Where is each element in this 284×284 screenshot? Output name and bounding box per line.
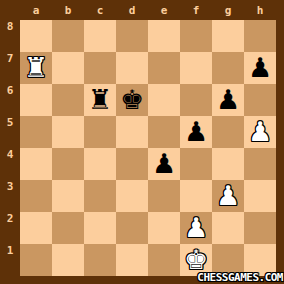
square-e5 — [148, 116, 180, 148]
square-a3 — [20, 180, 52, 212]
black-pawn-f5: ♟ — [180, 116, 212, 148]
square-d6: ♚ — [116, 84, 148, 116]
square-b6 — [52, 84, 84, 116]
black-pawn-e4: ♟ — [148, 148, 180, 180]
white-pawn-g3: ♟ — [212, 180, 244, 212]
file-label-b: b — [52, 4, 84, 18]
square-a1 — [20, 244, 52, 276]
square-h3 — [244, 180, 276, 212]
square-c2 — [84, 212, 116, 244]
square-b5 — [52, 116, 84, 148]
black-pawn-g6: ♟ — [212, 84, 244, 116]
square-e1 — [148, 244, 180, 276]
square-g5 — [212, 116, 244, 148]
square-d2 — [116, 212, 148, 244]
rank-label-2: 2 — [0, 212, 20, 244]
square-d7 — [116, 52, 148, 84]
square-f5: ♟ — [180, 116, 212, 148]
square-d5 — [116, 116, 148, 148]
square-f4 — [180, 148, 212, 180]
square-g6: ♟ — [212, 84, 244, 116]
file-label-f: f — [180, 4, 212, 18]
chess-board: ♜♟♜♚♟♟♟♟♟♟♚ — [20, 20, 276, 276]
square-g7 — [212, 52, 244, 84]
square-e7 — [148, 52, 180, 84]
square-f2: ♟ — [180, 212, 212, 244]
square-g2 — [212, 212, 244, 244]
square-h2 — [244, 212, 276, 244]
file-label-d: d — [116, 4, 148, 18]
square-a7: ♜ — [20, 52, 52, 84]
square-c7 — [84, 52, 116, 84]
square-b4 — [52, 148, 84, 180]
square-e6 — [148, 84, 180, 116]
rank-label-1: 1 — [0, 244, 20, 276]
square-d8 — [116, 20, 148, 52]
file-label-a: a — [20, 4, 52, 18]
square-a2 — [20, 212, 52, 244]
square-f3 — [180, 180, 212, 212]
white-rook-a7: ♜ — [20, 52, 52, 84]
square-b8 — [52, 20, 84, 52]
chessgames-watermark: CHESSGAMES.COM — [197, 271, 283, 284]
square-e4: ♟ — [148, 148, 180, 180]
square-c8 — [84, 20, 116, 52]
square-c1 — [84, 244, 116, 276]
square-c3 — [84, 180, 116, 212]
square-a4 — [20, 148, 52, 180]
square-h7: ♟ — [244, 52, 276, 84]
square-f8 — [180, 20, 212, 52]
square-g4 — [212, 148, 244, 180]
square-f7 — [180, 52, 212, 84]
square-b3 — [52, 180, 84, 212]
black-king-d6: ♚ — [116, 84, 148, 116]
square-f6 — [180, 84, 212, 116]
square-c4 — [84, 148, 116, 180]
square-d3 — [116, 180, 148, 212]
square-g8 — [212, 20, 244, 52]
square-d4 — [116, 148, 148, 180]
square-b7 — [52, 52, 84, 84]
square-e3 — [148, 180, 180, 212]
square-b2 — [52, 212, 84, 244]
square-a5 — [20, 116, 52, 148]
file-label-g: g — [212, 4, 244, 18]
black-rook-c6: ♜ — [84, 84, 116, 116]
rank-label-3: 3 — [0, 180, 20, 212]
rank-label-4: 4 — [0, 148, 20, 180]
square-a8 — [20, 20, 52, 52]
square-d1 — [116, 244, 148, 276]
square-g3: ♟ — [212, 180, 244, 212]
square-e8 — [148, 20, 180, 52]
white-pawn-f2: ♟ — [180, 212, 212, 244]
square-h6 — [244, 84, 276, 116]
white-pawn-h5: ♟ — [244, 116, 276, 148]
square-h4 — [244, 148, 276, 180]
square-c6: ♜ — [84, 84, 116, 116]
square-h5: ♟ — [244, 116, 276, 148]
rank-label-7: 7 — [0, 52, 20, 84]
file-label-c: c — [84, 4, 116, 18]
board-frame: abcdefgh 87654321 ♜♟♜♚♟♟♟♟♟♟♚ CHESSGAMES… — [0, 0, 284, 284]
square-b1 — [52, 244, 84, 276]
square-c5 — [84, 116, 116, 148]
black-pawn-h7: ♟ — [244, 52, 276, 84]
rank-label-6: 6 — [0, 84, 20, 116]
rank-label-8: 8 — [0, 20, 20, 52]
square-a6 — [20, 84, 52, 116]
square-e2 — [148, 212, 180, 244]
file-label-e: e — [148, 4, 180, 18]
square-h8 — [244, 20, 276, 52]
file-label-h: h — [244, 4, 276, 18]
rank-label-5: 5 — [0, 116, 20, 148]
